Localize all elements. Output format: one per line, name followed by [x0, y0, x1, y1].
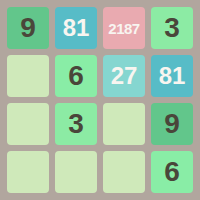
empty-cell-r4c2	[55, 151, 97, 193]
tile-3-r3c2: 3	[55, 103, 97, 145]
empty-cell-r3c3	[103, 103, 145, 145]
tile-9-r3c4: 9	[151, 103, 193, 145]
tile-6-r2c2: 6	[55, 55, 97, 97]
tile-27-r2c3: 27	[103, 55, 145, 97]
game-board[interactable]: 9812187362781396	[0, 0, 200, 200]
tile-81-r1c2: 81	[55, 7, 97, 49]
empty-cell-r4c1	[7, 151, 49, 193]
empty-cell-r3c1	[7, 103, 49, 145]
tile-3-r1c4: 3	[151, 7, 193, 49]
tile-9-r1c1: 9	[7, 7, 49, 49]
tile-2187-r1c3: 2187	[103, 7, 145, 49]
tile-81-r2c4: 81	[151, 55, 193, 97]
empty-cell-r2c1	[7, 55, 49, 97]
empty-cell-r4c3	[103, 151, 145, 193]
tile-6-r4c4: 6	[151, 151, 193, 193]
